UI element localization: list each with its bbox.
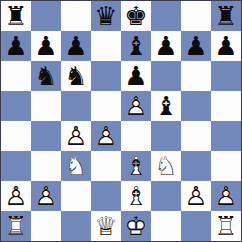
square-h5[interactable] xyxy=(211,91,241,121)
square-g4[interactable] xyxy=(181,121,211,151)
square-a7[interactable]: ♟ xyxy=(1,31,31,61)
black-pawn: ♟ xyxy=(1,31,31,61)
white-knight: ♞♘ xyxy=(151,151,181,181)
white-knight: ♞♘ xyxy=(61,151,91,181)
square-b8[interactable] xyxy=(31,1,61,31)
black-rook: ♜ xyxy=(1,1,31,31)
square-c6[interactable]: ♞ xyxy=(61,61,91,91)
square-e7[interactable]: ♝ xyxy=(121,31,151,61)
white-queen: ♛♕ xyxy=(91,211,121,241)
square-g5[interactable] xyxy=(181,91,211,121)
square-c3[interactable]: ♞♘ xyxy=(61,151,91,181)
square-e6[interactable]: ♟ xyxy=(121,61,151,91)
square-b6[interactable]: ♞ xyxy=(31,61,61,91)
square-e3[interactable]: ♝♗ xyxy=(121,151,151,181)
square-f1[interactable] xyxy=(151,211,181,241)
white-bishop: ♝♗ xyxy=(121,151,151,181)
square-b4[interactable] xyxy=(31,121,61,151)
black-pawn: ♟ xyxy=(61,31,91,61)
square-a5[interactable] xyxy=(1,91,31,121)
square-d2[interactable] xyxy=(91,181,121,211)
white-king: ♚♔ xyxy=(121,211,151,241)
square-a6[interactable] xyxy=(1,61,31,91)
square-g1[interactable] xyxy=(181,211,211,241)
square-d6[interactable] xyxy=(91,61,121,91)
white-pawn: ♟♙ xyxy=(211,181,241,211)
white-pawn: ♟♙ xyxy=(61,121,91,151)
chess-board: ♜♛♚♜♟♟♟♝♟♟♟♞♞♟♟♙♝♟♙♟♙♞♘♝♗♞♘♟♙♟♙♝♗♟♙♟♙♜♖♛… xyxy=(0,0,242,242)
white-pawn: ♟♙ xyxy=(1,181,31,211)
square-d7[interactable] xyxy=(91,31,121,61)
square-c8[interactable] xyxy=(61,1,91,31)
white-pawn: ♟♙ xyxy=(91,121,121,151)
black-pawn: ♟ xyxy=(31,31,61,61)
square-a8[interactable]: ♜ xyxy=(1,1,31,31)
square-h3[interactable] xyxy=(211,151,241,181)
square-c1[interactable] xyxy=(61,211,91,241)
square-h8[interactable]: ♜ xyxy=(211,1,241,31)
white-bishop: ♝♗ xyxy=(121,181,151,211)
square-e4[interactable] xyxy=(121,121,151,151)
black-bishop: ♝ xyxy=(121,31,151,61)
square-f8[interactable] xyxy=(151,1,181,31)
black-bishop: ♝ xyxy=(151,91,181,121)
square-c2[interactable] xyxy=(61,181,91,211)
square-f5[interactable]: ♝ xyxy=(151,91,181,121)
square-g8[interactable] xyxy=(181,1,211,31)
square-e2[interactable]: ♝♗ xyxy=(121,181,151,211)
square-c5[interactable] xyxy=(61,91,91,121)
white-pawn: ♟♙ xyxy=(121,91,151,121)
square-a1[interactable]: ♜♖ xyxy=(1,211,31,241)
black-king: ♚ xyxy=(121,1,151,31)
square-e8[interactable]: ♚ xyxy=(121,1,151,31)
square-b3[interactable] xyxy=(31,151,61,181)
square-a4[interactable] xyxy=(1,121,31,151)
square-f6[interactable] xyxy=(151,61,181,91)
white-pawn: ♟♙ xyxy=(181,181,211,211)
square-h1[interactable]: ♜♖ xyxy=(211,211,241,241)
square-d3[interactable] xyxy=(91,151,121,181)
square-g2[interactable]: ♟♙ xyxy=(181,181,211,211)
square-c7[interactable]: ♟ xyxy=(61,31,91,61)
square-e5[interactable]: ♟♙ xyxy=(121,91,151,121)
square-e1[interactable]: ♚♔ xyxy=(121,211,151,241)
square-f2[interactable] xyxy=(151,181,181,211)
black-knight: ♞ xyxy=(61,61,91,91)
square-c4[interactable]: ♟♙ xyxy=(61,121,91,151)
white-rook: ♜♖ xyxy=(1,211,31,241)
square-g6[interactable] xyxy=(181,61,211,91)
square-a3[interactable] xyxy=(1,151,31,181)
black-pawn: ♟ xyxy=(211,31,241,61)
square-a2[interactable]: ♟♙ xyxy=(1,181,31,211)
square-f3[interactable]: ♞♘ xyxy=(151,151,181,181)
square-h6[interactable] xyxy=(211,61,241,91)
black-rook: ♜ xyxy=(211,1,241,31)
white-pawn: ♟♙ xyxy=(31,181,61,211)
square-f4[interactable] xyxy=(151,121,181,151)
square-d5[interactable] xyxy=(91,91,121,121)
square-g7[interactable]: ♟ xyxy=(181,31,211,61)
square-h2[interactable]: ♟♙ xyxy=(211,181,241,211)
square-d8[interactable]: ♛ xyxy=(91,1,121,31)
square-d1[interactable]: ♛♕ xyxy=(91,211,121,241)
square-h7[interactable]: ♟ xyxy=(211,31,241,61)
square-b7[interactable]: ♟ xyxy=(31,31,61,61)
black-knight: ♞ xyxy=(31,61,61,91)
black-pawn: ♟ xyxy=(181,31,211,61)
square-g3[interactable] xyxy=(181,151,211,181)
square-f7[interactable]: ♟ xyxy=(151,31,181,61)
black-pawn: ♟ xyxy=(151,31,181,61)
black-pawn: ♟ xyxy=(121,61,151,91)
square-b5[interactable] xyxy=(31,91,61,121)
black-queen: ♛ xyxy=(91,1,121,31)
white-rook: ♜♖ xyxy=(211,211,241,241)
square-b1[interactable] xyxy=(31,211,61,241)
square-h4[interactable] xyxy=(211,121,241,151)
square-b2[interactable]: ♟♙ xyxy=(31,181,61,211)
square-d4[interactable]: ♟♙ xyxy=(91,121,121,151)
